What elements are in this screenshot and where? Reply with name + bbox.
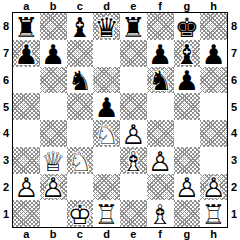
square-c5[interactable] [67,93,94,120]
square-c3[interactable]: ♞♘ [67,147,94,174]
square-a7[interactable]: ♟♟ [13,40,40,67]
white-bishop-icon: ♗ [148,201,172,228]
file-label-top-b: b [40,0,67,12]
square-a1[interactable] [13,200,40,227]
white-pawn-icon: ♙ [14,174,38,201]
square-d5[interactable]: ♟♟ [93,93,120,120]
file-label-top-a: a [13,0,40,12]
black-pawn-icon: ♟ [148,41,172,68]
white-pawn-icon: ♙ [202,174,226,201]
square-b2[interactable]: ♟♙ [40,174,67,201]
square-a8[interactable]: ♜♜ [13,13,40,40]
square-a5[interactable] [13,93,40,120]
square-f4[interactable] [147,120,174,147]
piece-white-pawn: ♟♙ [147,147,174,174]
square-e5[interactable] [120,93,147,120]
square-f3[interactable]: ♟♙ [147,147,174,174]
square-e1[interactable] [120,200,147,227]
square-f7[interactable]: ♟♟ [147,40,174,67]
file-label-bottom-g: g [174,228,201,240]
piece-black-pawn: ♟♟ [13,40,40,67]
file-label-top-g: g [174,0,201,12]
rank-labels-right: 87654321 [228,13,240,227]
square-d3[interactable] [93,147,120,174]
square-b7[interactable]: ♟♟ [40,40,67,67]
square-e8[interactable]: ♜♜ [120,13,147,40]
file-label-bottom-b: b [40,228,67,240]
square-h4[interactable] [200,120,227,147]
black-queen-icon: ♛ [95,14,119,41]
piece-black-rook: ♜♜ [120,13,147,40]
square-c6[interactable]: ♞♞ [67,67,94,94]
piece-white-pawn: ♟♙ [40,174,67,201]
rank-label-left-4: 4 [0,120,12,147]
piece-white-pawn: ♟♙ [120,120,147,147]
white-pawn-icon: ♙ [121,121,145,148]
rank-label-right-6: 6 [228,67,240,94]
file-label-top-f: f [147,0,174,12]
square-c4[interactable] [67,120,94,147]
file-label-bottom-a: a [13,228,40,240]
square-g4[interactable] [174,120,201,147]
rank-label-left-6: 6 [0,67,12,94]
rank-label-right-5: 5 [228,93,240,120]
piece-black-queen: ♛♛ [93,13,120,40]
file-label-top-h: h [200,0,227,12]
black-pawn-icon: ♟ [41,41,65,68]
file-label-top-c: c [67,0,94,12]
piece-white-bishop: ♝♗ [147,200,174,227]
black-rook-icon: ♜ [14,14,38,41]
square-d4[interactable]: ♞♘ [93,120,120,147]
black-knight-icon: ♞ [148,67,172,94]
white-pawn-icon: ♙ [41,174,65,201]
square-d8[interactable]: ♛♛ [93,13,120,40]
square-b1[interactable] [40,200,67,227]
square-g2[interactable]: ♟♙ [174,174,201,201]
piece-white-rook: ♜♖ [200,200,227,227]
black-bishop-icon: ♝ [68,14,92,41]
piece-white-pawn: ♟♙ [174,174,201,201]
white-bishop-icon: ♗ [121,148,145,175]
rank-label-right-3: 3 [228,147,240,174]
square-g5[interactable] [174,93,201,120]
square-h7[interactable]: ♟♟ [200,40,227,67]
white-rook-icon: ♖ [95,201,119,228]
square-h2[interactable]: ♟♙ [200,174,227,201]
square-c7[interactable] [67,40,94,67]
square-c2[interactable] [67,174,94,201]
white-knight-icon: ♘ [95,121,119,148]
rank-label-right-2: 2 [228,174,240,201]
rank-label-left-2: 2 [0,174,12,201]
rank-labels-left: 87654321 [0,13,12,227]
square-e2[interactable] [120,174,147,201]
square-c8[interactable]: ♝♝ [67,13,94,40]
square-h8[interactable] [200,13,227,40]
piece-white-knight: ♞♘ [67,147,94,174]
rank-label-left-1: 1 [0,200,12,227]
white-pawn-icon: ♙ [148,148,172,175]
square-d1[interactable]: ♜♖ [93,200,120,227]
rank-label-right-7: 7 [228,40,240,67]
black-pawn-icon: ♟ [202,41,226,68]
white-king-icon: ♔ [68,201,92,228]
white-rook-icon: ♖ [202,201,226,228]
square-c1[interactable]: ♚♔ [67,200,94,227]
file-label-top-d: d [93,0,120,12]
piece-black-pawn: ♟♟ [40,40,67,67]
piece-black-rook: ♜♜ [13,13,40,40]
square-g7[interactable]: ♝♝ [174,40,201,67]
square-b8[interactable] [40,13,67,40]
white-queen-icon: ♕ [41,148,65,175]
square-h6[interactable] [200,67,227,94]
square-b4[interactable] [40,120,67,147]
black-king-icon: ♚ [175,14,199,41]
piece-black-knight: ♞♞ [67,67,94,94]
piece-white-pawn: ♟♙ [200,174,227,201]
piece-black-king: ♚♚ [174,13,201,40]
square-h3[interactable] [200,147,227,174]
rank-label-left-5: 5 [0,93,12,120]
file-labels-top: abcdefgh [13,0,227,12]
square-f5[interactable] [147,93,174,120]
square-d2[interactable] [93,174,120,201]
square-f1[interactable]: ♝♗ [147,200,174,227]
black-rook-icon: ♜ [121,14,145,41]
black-knight-icon: ♞ [68,67,92,94]
square-g8[interactable]: ♚♚ [174,13,201,40]
square-b6[interactable] [40,67,67,94]
square-e4[interactable]: ♟♙ [120,120,147,147]
piece-white-bishop: ♝♗ [120,147,147,174]
square-e6[interactable] [120,67,147,94]
square-a2[interactable]: ♟♙ [13,174,40,201]
piece-white-king: ♚♔ [67,200,94,227]
piece-black-pawn: ♟♟ [93,93,120,120]
square-d7[interactable] [93,40,120,67]
file-labels-bottom: abcdefgh [13,228,227,240]
piece-black-knight: ♞♞ [147,67,174,94]
square-f2[interactable] [147,174,174,201]
black-pawn-icon: ♟ [175,67,199,94]
black-bishop-icon: ♝ [175,41,199,68]
square-d6[interactable] [93,67,120,94]
square-g6[interactable]: ♟♟ [174,67,201,94]
square-b5[interactable] [40,93,67,120]
white-knight-icon: ♘ [68,148,92,175]
square-f6[interactable]: ♞♞ [147,67,174,94]
rank-label-right-8: 8 [228,13,240,40]
black-pawn-icon: ♟ [95,94,119,121]
square-f8[interactable] [147,13,174,40]
file-label-bottom-e: e [120,228,147,240]
piece-black-bishop: ♝♝ [174,40,201,67]
rank-label-left-3: 3 [0,147,12,174]
rank-label-left-7: 7 [0,40,12,67]
black-pawn-icon: ♟ [14,41,38,68]
piece-black-pawn: ♟♟ [147,40,174,67]
square-g1[interactable] [174,200,201,227]
piece-white-pawn: ♟♙ [13,174,40,201]
white-pawn-icon: ♙ [175,174,199,201]
file-label-top-e: e [120,0,147,12]
square-b3[interactable]: ♛♕ [40,147,67,174]
square-h1[interactable]: ♜♖ [200,200,227,227]
rank-label-right-4: 4 [228,120,240,147]
piece-black-bishop: ♝♝ [67,13,94,40]
piece-black-pawn: ♟♟ [200,40,227,67]
piece-white-queen: ♛♕ [40,147,67,174]
square-a4[interactable] [13,120,40,147]
piece-white-knight: ♞♘ [93,120,120,147]
square-e7[interactable] [120,40,147,67]
piece-white-rook: ♜♖ [93,200,120,227]
square-a3[interactable] [13,147,40,174]
rank-label-left-8: 8 [0,13,12,40]
chess-board: ♜♜♝♝♛♛♜♜♚♚♟♟♟♟♟♟♝♝♟♟♞♞♞♞♟♟♟♟♞♘♟♙♛♕♞♘♝♗♟♙… [12,12,228,228]
square-h5[interactable] [200,93,227,120]
piece-black-pawn: ♟♟ [174,67,201,94]
square-g3[interactable] [174,147,201,174]
rank-label-right-1: 1 [228,200,240,227]
chess-diagram: abcdefgh 87654321 ♜♜♝♝♛♛♜♜♚♚♟♟♟♟♟♟♝♝♟♟♞♞… [0,0,240,240]
square-a6[interactable] [13,67,40,94]
square-e3[interactable]: ♝♗ [120,147,147,174]
